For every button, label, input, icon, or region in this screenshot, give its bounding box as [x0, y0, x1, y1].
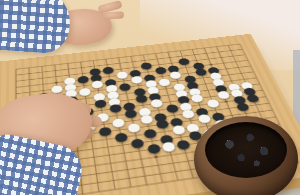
- finger-icon: [103, 11, 125, 20]
- shirt-sleeve-top-left: [0, 0, 72, 55]
- photo-scene: ●●●●●●●●●●●●●●●●●●●●●●●●●●●●●●●●●●●●●●●●…: [0, 0, 300, 195]
- stone-bowl: [194, 116, 298, 195]
- bowl-black-stones: [205, 122, 287, 178]
